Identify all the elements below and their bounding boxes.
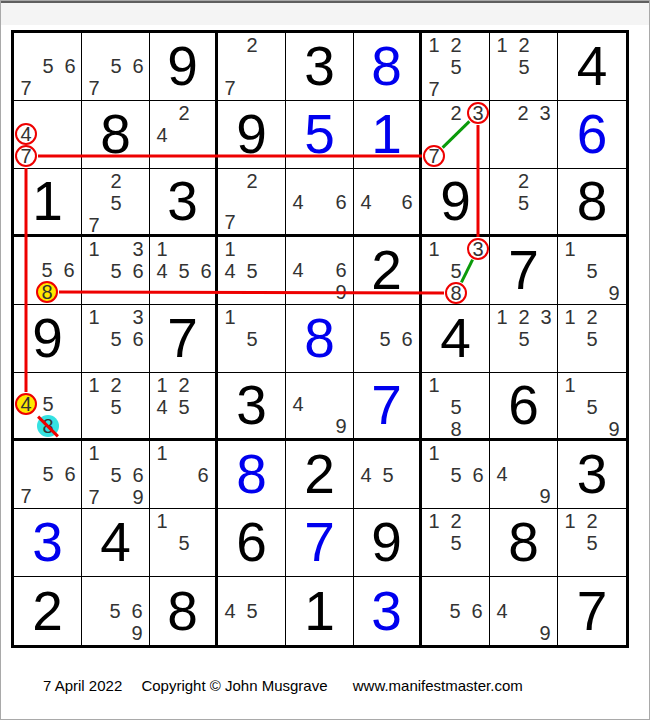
- cell-r2c2[interactable]: 8: [82, 101, 150, 169]
- pencil-marks: 568: [14, 237, 81, 304]
- cell-r4c2[interactable]: 1356: [82, 237, 150, 305]
- given-digit: 9: [354, 509, 419, 576]
- candidate-digit: 1: [559, 306, 581, 328]
- candidate-digit: 5: [105, 260, 127, 282]
- sudoku-page: 5675679273812571254478249512372361257327…: [0, 0, 650, 720]
- candidate-digit: 8: [445, 418, 467, 440]
- pencil-marks: 15: [218, 305, 285, 372]
- cell-r2c3[interactable]: 24: [150, 101, 218, 169]
- cell-r3c3[interactable]: 3: [150, 169, 218, 237]
- candidate-digit: 5: [445, 56, 467, 78]
- candidate-digit: 5: [173, 260, 195, 282]
- candidate-digit: 5: [36, 259, 58, 281]
- pencil-marks: 1356: [82, 305, 149, 372]
- candidate-digit: 6: [127, 55, 149, 77]
- cell-r5c8[interactable]: 1235: [490, 305, 558, 373]
- candidate-digit: 5: [444, 600, 466, 622]
- candidate-digit: 1: [559, 238, 581, 260]
- candidate-digit: 1: [151, 374, 173, 396]
- candidate-digit: 2: [513, 34, 535, 56]
- candidate-digit: 7: [83, 77, 105, 99]
- candidate-digit: 5: [105, 396, 127, 418]
- candidate-digit: 5: [445, 532, 467, 554]
- cell-r8c6[interactable]: 9: [354, 509, 422, 577]
- candidate-digit: 3: [535, 306, 557, 328]
- sudoku-board: 5675679273812571254478249512372361257327…: [11, 30, 629, 648]
- candidate-digit: 4: [151, 396, 173, 418]
- given-digit: 7: [558, 577, 626, 645]
- cell-r1c7[interactable]: 1257: [422, 33, 490, 101]
- cell-r2c9[interactable]: 6: [558, 101, 626, 169]
- pencil-marks: 23: [490, 101, 557, 168]
- candidate-digit: 1: [423, 442, 445, 464]
- candidate-digit: 9: [126, 622, 148, 644]
- candidate-digit: 6: [127, 464, 149, 486]
- cell-r8c8[interactable]: 8: [490, 509, 558, 577]
- candidate-digit: 6: [330, 259, 352, 281]
- cell-r3c8[interactable]: 25: [490, 169, 558, 237]
- cell-r7c2[interactable]: 15679: [82, 441, 150, 509]
- candidate-digit: 7: [423, 78, 445, 100]
- cell-r9c1[interactable]: 2: [14, 577, 82, 645]
- pencil-marks: 1235: [490, 305, 557, 372]
- cell-r2c4[interactable]: 9: [218, 101, 286, 169]
- pencil-marks: 46: [354, 169, 419, 234]
- candidate-digit: 4: [219, 600, 241, 622]
- candidate-digit: 5: [513, 192, 535, 214]
- candidate-digit: 2: [512, 102, 534, 124]
- candidate-digit: 9: [603, 282, 625, 304]
- pencil-marks: 159: [558, 373, 626, 438]
- candidate-digit: 7: [15, 485, 37, 507]
- given-digit: 6: [490, 373, 557, 438]
- given-digit: 6: [218, 509, 285, 576]
- candidate-digit: 1: [151, 510, 173, 532]
- candidate-digit: 1: [151, 442, 173, 464]
- candidate-digit: 6: [396, 328, 418, 350]
- pencil-marks: 49: [490, 577, 557, 645]
- cell-r3c7[interactable]: 9: [422, 169, 490, 237]
- cell-r9c8[interactable]: 49: [490, 577, 558, 645]
- pencil-marks: 47: [14, 101, 81, 168]
- solved-digit: 8: [354, 33, 419, 100]
- cell-r9c4[interactable]: 45: [218, 577, 286, 645]
- pencil-marks: 56: [422, 577, 489, 645]
- cell-r2c5[interactable]: 5: [286, 101, 354, 169]
- candidate-digit: 5: [241, 260, 263, 282]
- given-digit: 3: [218, 373, 285, 438]
- cell-r9c7[interactable]: 56: [422, 577, 490, 645]
- pencil-marks: 458: [14, 373, 81, 438]
- candidate-digit-cyan-strike: 8: [37, 415, 59, 437]
- pencil-marks: 1356: [82, 237, 149, 304]
- candidate-digit: 6: [330, 191, 352, 213]
- candidate-digit: 2: [445, 102, 467, 124]
- cell-r7c6[interactable]: 45: [354, 441, 422, 509]
- cell-r7c4[interactable]: 8: [218, 441, 286, 509]
- cell-r6c5[interactable]: 49: [286, 373, 354, 441]
- cell-r7c1[interactable]: 567: [14, 441, 82, 509]
- pencil-marks: 145: [218, 237, 285, 304]
- candidate-digit: 2: [105, 374, 127, 396]
- candidate-digit: 1: [151, 238, 173, 260]
- pencil-marks: 125: [422, 509, 489, 576]
- cell-r9c3[interactable]: 8: [150, 577, 218, 645]
- cell-r6c2[interactable]: 125: [82, 373, 150, 441]
- candidate-digit: 5: [105, 464, 127, 486]
- cell-r2c7[interactable]: 237: [422, 101, 490, 169]
- cell-r5c6[interactable]: 56: [354, 305, 422, 373]
- cell-r8c9[interactable]: 125: [558, 509, 626, 577]
- cell-r4c9[interactable]: 159: [558, 237, 626, 305]
- candidate-digit: 5: [241, 328, 263, 350]
- pencil-marks: 1358: [422, 237, 489, 304]
- candidate-digit: 9: [534, 485, 556, 507]
- cell-r7c8[interactable]: 49: [490, 441, 558, 509]
- pencil-marks: 469: [286, 237, 353, 304]
- pencil-marks: 1456: [150, 237, 215, 304]
- pencil-marks: 156: [422, 441, 489, 508]
- pencil-marks: 158: [422, 373, 489, 438]
- cell-r3c4[interactable]: 27: [218, 169, 286, 237]
- cell-r1c3[interactable]: 9: [150, 33, 218, 101]
- pencil-marks: 25: [490, 169, 557, 234]
- candidate-digit: 4: [491, 463, 513, 485]
- candidate-digit: 5: [445, 396, 467, 418]
- cell-r3c1[interactable]: 1: [14, 169, 82, 237]
- cell-r4c4[interactable]: 145: [218, 237, 286, 305]
- cell-r4c3[interactable]: 1456: [150, 237, 218, 305]
- given-digit: 4: [422, 305, 489, 372]
- candidate-digit: 1: [559, 374, 581, 396]
- pencil-marks: 15679: [82, 441, 149, 508]
- solved-digit: 5: [286, 101, 353, 168]
- cell-r7c5[interactable]: 2: [286, 441, 354, 509]
- cell-r9c9[interactable]: 7: [558, 577, 626, 645]
- candidate-digit: 2: [105, 170, 127, 192]
- cell-r9c6[interactable]: 3: [354, 577, 422, 645]
- given-digit: 2: [286, 441, 353, 508]
- cell-r2c1[interactable]: 47: [14, 101, 82, 169]
- cell-r1c6[interactable]: 8: [354, 33, 422, 101]
- cell-r8c4[interactable]: 6: [218, 509, 286, 577]
- footer-date: 7 April 2022: [43, 677, 122, 694]
- cell-r6c8[interactable]: 6: [490, 373, 558, 441]
- candidate-digit: 5: [513, 328, 535, 350]
- candidate-digit: 1: [491, 306, 513, 328]
- cell-r1c8[interactable]: 125: [490, 33, 558, 101]
- cell-r6c7[interactable]: 158: [422, 373, 490, 441]
- candidate-digit: 4: [287, 191, 309, 213]
- cell-r8c5[interactable]: 7: [286, 509, 354, 577]
- solved-digit: 7: [286, 509, 353, 576]
- pencil-marks: 16: [150, 441, 215, 508]
- cell-r1c2[interactable]: 567: [82, 33, 150, 101]
- given-digit: 1: [14, 169, 81, 234]
- candidate-digit: 5: [377, 464, 399, 486]
- candidate-digit: 4: [151, 124, 173, 146]
- cell-r5c1[interactable]: 9: [14, 305, 82, 373]
- cell-r4c8[interactable]: 7: [490, 237, 558, 305]
- candidate-digit: 7: [83, 214, 105, 236]
- candidate-digit: 3: [127, 238, 149, 260]
- pencil-marks: 45: [354, 441, 419, 508]
- candidate-digit: 4: [355, 191, 377, 213]
- pencil-marks: 1245: [150, 373, 215, 438]
- pencil-marks: 45: [218, 577, 285, 645]
- candidate-digit: 1: [219, 306, 241, 328]
- candidate-digit: 5: [581, 260, 603, 282]
- candidate-digit: 2: [241, 34, 263, 56]
- pencil-marks: 27: [218, 33, 285, 100]
- cell-r1c9[interactable]: 4: [558, 33, 626, 101]
- pencil-marks: 125: [490, 33, 557, 100]
- cell-r6c6[interactable]: 7: [354, 373, 422, 441]
- candidate-digit: 5: [37, 55, 59, 77]
- cell-r3c2[interactable]: 257: [82, 169, 150, 237]
- candidate-digit: 5: [445, 464, 467, 486]
- candidate-digit: 2: [513, 306, 535, 328]
- candidate-digit: 6: [58, 259, 80, 281]
- cell-r4c7[interactable]: 1358: [422, 237, 490, 305]
- candidate-digit: 1: [491, 34, 513, 56]
- candidate-digit: 3: [534, 102, 556, 124]
- cell-r4c6[interactable]: 2: [354, 237, 422, 305]
- given-digit: 9: [14, 305, 81, 372]
- cell-r8c2[interactable]: 4: [82, 509, 150, 577]
- cell-r4c1[interactable]: 568: [14, 237, 82, 305]
- given-digit: 1: [286, 577, 353, 645]
- candidate-digit: 9: [534, 622, 556, 644]
- given-digit: 7: [490, 237, 557, 304]
- candidate-digit: 5: [173, 532, 195, 554]
- candidate-digit: 2: [241, 170, 263, 192]
- candidate-digit: 5: [105, 328, 127, 350]
- pencil-marks: 24: [150, 101, 215, 168]
- cell-r1c4[interactable]: 27: [218, 33, 286, 101]
- candidate-digit: 5: [241, 600, 263, 622]
- cell-r4c5[interactable]: 469: [286, 237, 354, 305]
- pencil-marks: 56: [354, 305, 419, 372]
- given-digit: 2: [354, 237, 419, 304]
- candidate-digit-ring: 3: [467, 102, 489, 124]
- candidate-digit: 2: [445, 510, 467, 532]
- cell-r7c3[interactable]: 16: [150, 441, 218, 509]
- candidate-digit: 6: [396, 191, 418, 213]
- pencil-marks: 237: [422, 101, 489, 168]
- given-digit: 9: [422, 169, 489, 234]
- given-digit: 8: [82, 101, 149, 168]
- cell-r6c4[interactable]: 3: [218, 373, 286, 441]
- pencil-marks: 1257: [422, 33, 489, 100]
- candidate-digit: 5: [173, 396, 195, 418]
- candidate-digit: 2: [173, 102, 195, 124]
- candidate-digit: 6: [466, 600, 488, 622]
- given-digit: 9: [150, 33, 215, 100]
- candidate-digit-ring: 8: [445, 282, 467, 304]
- cell-r5c7[interactable]: 4: [422, 305, 490, 373]
- candidate-digit: 4: [287, 393, 309, 415]
- candidate-digit: 9: [330, 281, 352, 303]
- given-digit: 9: [218, 101, 285, 168]
- candidate-digit: 6: [59, 463, 81, 485]
- pencil-marks: 159: [558, 237, 626, 304]
- candidate-digit: 1: [83, 238, 105, 260]
- cell-r5c4[interactable]: 15: [218, 305, 286, 373]
- candidate-digit: 3: [127, 306, 149, 328]
- cell-r5c3[interactable]: 7: [150, 305, 218, 373]
- candidate-digit: 6: [192, 464, 214, 486]
- solved-digit: 1: [354, 101, 419, 168]
- candidate-digit: 4: [355, 464, 377, 486]
- candidate-digit: 1: [423, 34, 445, 56]
- solved-digit: 3: [354, 577, 419, 645]
- candidate-digit: 5: [105, 192, 127, 214]
- candidate-digit: 5: [104, 600, 126, 622]
- candidate-digit: 6: [126, 600, 148, 622]
- cell-r1c5[interactable]: 3: [286, 33, 354, 101]
- candidate-digit: 2: [173, 374, 195, 396]
- candidate-digit: 9: [330, 415, 352, 437]
- candidate-digit-ring: 7: [15, 145, 37, 167]
- candidate-digit: 5: [581, 328, 603, 350]
- candidate-digit: 1: [423, 238, 445, 260]
- given-digit: 8: [558, 169, 626, 234]
- solved-digit: 8: [286, 305, 353, 372]
- cell-r7c7[interactable]: 156: [422, 441, 490, 509]
- candidate-digit: 7: [15, 77, 37, 99]
- pencil-marks: 125: [82, 373, 149, 438]
- pencil-marks: 567: [82, 33, 149, 100]
- footer: 7 April 2022 Copyright © John Musgrave w…: [43, 677, 523, 694]
- candidate-digit: 5: [445, 260, 467, 282]
- candidate-digit-ring-yellow: 8: [36, 281, 58, 303]
- candidate-digit: 1: [559, 510, 581, 532]
- candidate-digit: 4: [151, 260, 173, 282]
- candidate-digit: 2: [581, 306, 603, 328]
- cell-r5c9[interactable]: 125: [558, 305, 626, 373]
- pencil-marks: 15: [150, 509, 215, 576]
- candidate-digit: 7: [219, 77, 241, 99]
- given-digit: 3: [286, 33, 353, 100]
- solved-digit: 8: [218, 441, 285, 508]
- candidate-digit-ring: 3: [467, 238, 489, 260]
- cell-r3c6[interactable]: 46: [354, 169, 422, 237]
- pencil-marks: 567: [14, 441, 81, 508]
- candidate-digit: 2: [581, 510, 603, 532]
- solved-digit: 6: [558, 101, 626, 168]
- given-digit: 2: [14, 577, 81, 645]
- cell-r7c9[interactable]: 3: [558, 441, 626, 509]
- pencil-marks: 125: [558, 509, 626, 576]
- pencil-marks: 46: [286, 169, 353, 234]
- candidate-digit: 6: [127, 328, 149, 350]
- candidate-digit: 1: [423, 510, 445, 532]
- candidate-digit: 5: [105, 55, 127, 77]
- cell-r8c3[interactable]: 15: [150, 509, 218, 577]
- candidate-digit: 6: [127, 260, 149, 282]
- candidate-digit: 2: [513, 170, 535, 192]
- candidate-digit: 1: [83, 306, 105, 328]
- candidate-digit: 9: [603, 418, 625, 440]
- candidate-digit: 5: [581, 396, 603, 418]
- candidate-digit: 6: [467, 464, 489, 486]
- window-top-band: [1, 1, 649, 25]
- cell-r6c9[interactable]: 159: [558, 373, 626, 441]
- candidate-digit: 6: [195, 260, 217, 282]
- candidate-digit: 1: [83, 374, 105, 396]
- given-digit: 3: [558, 441, 626, 508]
- footer-copyright: Copyright © John Musgrave: [141, 677, 327, 694]
- cell-r9c5[interactable]: 1: [286, 577, 354, 645]
- candidate-digit: 5: [581, 532, 603, 554]
- cell-r2c6[interactable]: 1: [354, 101, 422, 169]
- cell-r5c5[interactable]: 8: [286, 305, 354, 373]
- candidate-digit: 7: [83, 486, 105, 508]
- candidate-digit: 4: [287, 259, 309, 281]
- candidate-digit: 5: [37, 463, 59, 485]
- candidate-digit-ring-yellow: 4: [15, 393, 37, 415]
- cell-r1c1[interactable]: 567: [14, 33, 82, 101]
- cell-r8c7[interactable]: 125: [422, 509, 490, 577]
- given-digit: 3: [150, 169, 215, 234]
- pencil-marks: 125: [558, 305, 626, 372]
- candidate-digit: 1: [219, 238, 241, 260]
- pencil-marks: 27: [218, 169, 285, 234]
- candidate-digit-ring: 4: [15, 123, 37, 145]
- cell-r5c2[interactable]: 1356: [82, 305, 150, 373]
- candidate-digit: 6: [59, 55, 81, 77]
- given-digit: 7: [150, 305, 215, 372]
- candidate-digit: 7: [219, 211, 241, 233]
- solved-digit: 3: [14, 509, 81, 576]
- solved-digit: 7: [354, 373, 419, 438]
- cell-r8c1[interactable]: 3: [14, 509, 82, 577]
- cell-r3c9[interactable]: 8: [558, 169, 626, 237]
- candidate-digit: 5: [374, 328, 396, 350]
- given-digit: 8: [150, 577, 215, 645]
- pencil-marks: 257: [82, 169, 149, 234]
- candidate-digit: 9: [127, 486, 149, 508]
- cell-r6c3[interactable]: 1245: [150, 373, 218, 441]
- given-digit: 4: [558, 33, 626, 100]
- pencil-marks: 49: [286, 373, 353, 438]
- candidate-digit: 1: [423, 374, 445, 396]
- pencil-marks: 49: [490, 441, 557, 508]
- pencil-marks: 569: [82, 577, 149, 645]
- footer-url: www.manifestmaster.com: [353, 677, 523, 694]
- candidate-digit: 2: [445, 34, 467, 56]
- candidate-digit: 1: [83, 442, 105, 464]
- given-digit: 4: [82, 509, 149, 576]
- candidate-digit: 5: [37, 393, 59, 415]
- candidate-digit: 4: [219, 260, 241, 282]
- candidate-digit: 5: [513, 56, 535, 78]
- cell-r3c5[interactable]: 46: [286, 169, 354, 237]
- pencil-marks: 567: [14, 33, 81, 100]
- candidate-digit: 4: [491, 600, 513, 622]
- given-digit: 8: [490, 509, 557, 576]
- cell-r6c1[interactable]: 458: [14, 373, 82, 441]
- candidate-digit-ring: 7: [423, 145, 445, 167]
- cell-r2c8[interactable]: 23: [490, 101, 558, 169]
- cell-r9c2[interactable]: 569: [82, 577, 150, 645]
